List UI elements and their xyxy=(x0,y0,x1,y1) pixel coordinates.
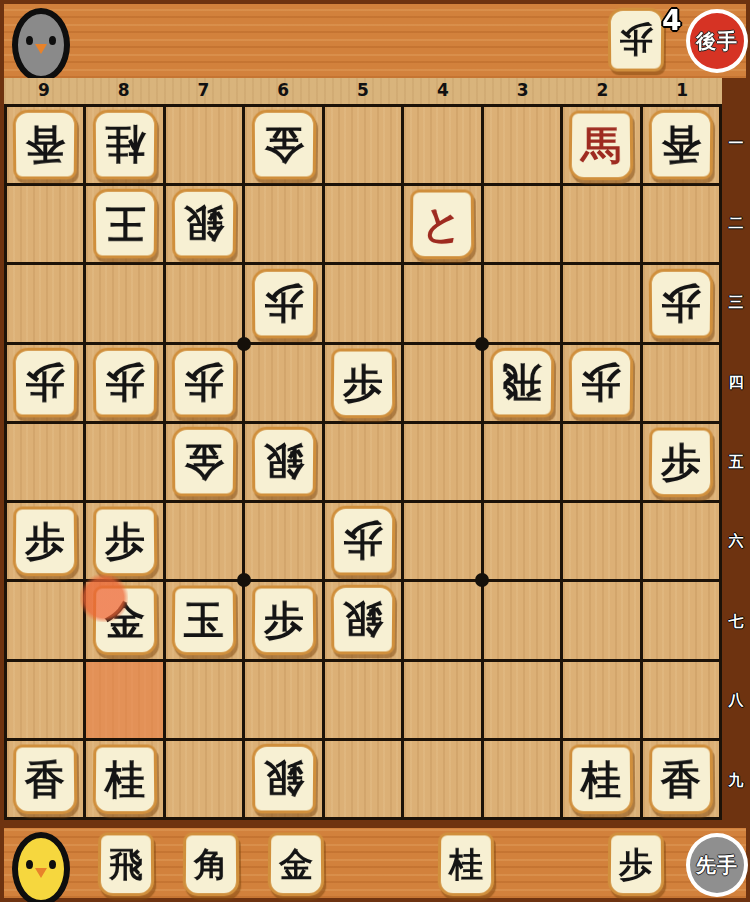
square-7-7[interactable]: 玉 xyxy=(166,582,242,658)
square-7-9[interactable] xyxy=(166,741,242,817)
piece-sente-gold[interactable]: 金 xyxy=(268,833,325,897)
file-label-4: 4 xyxy=(403,78,483,104)
square-2-9[interactable]: 桂 xyxy=(563,741,639,817)
sente-badge: 先手 xyxy=(686,833,748,897)
piece-glyph: 歩 xyxy=(661,442,701,482)
square-4-7[interactable] xyxy=(404,582,480,658)
square-5-4[interactable]: 歩 xyxy=(325,345,401,421)
piece-glyph: 歩 xyxy=(25,521,65,561)
piece-glyph: 銀 xyxy=(263,442,303,482)
piece-glyph: 歩 xyxy=(25,363,65,403)
piece-sente-pawn[interactable]: 歩 xyxy=(92,507,157,577)
piece-sente-knight[interactable]: 桂 xyxy=(92,744,157,814)
square-9-4[interactable]: 歩 xyxy=(7,345,83,421)
square-5-6[interactable]: 歩 xyxy=(325,503,401,579)
square-8-9[interactable]: 桂 xyxy=(86,741,162,817)
square-9-5[interactable] xyxy=(7,424,83,500)
square-1-2[interactable] xyxy=(643,186,719,262)
square-5-7[interactable]: 銀 xyxy=(325,582,401,658)
square-4-4[interactable] xyxy=(404,345,480,421)
square-3-2[interactable] xyxy=(484,186,560,262)
square-6-9[interactable]: 銀 xyxy=(245,741,321,817)
square-7-1[interactable] xyxy=(166,107,242,183)
piece-gote-gold[interactable]: 金 xyxy=(172,427,237,497)
square-1-5[interactable]: 歩 xyxy=(643,424,719,500)
square-2-8[interactable] xyxy=(563,662,639,738)
piece-sente-horse[interactable]: 馬 xyxy=(569,111,634,181)
file-coordinates: 987654321 xyxy=(4,78,722,104)
shogi-app-window: 歩4 後手 987654321 香桂金馬香王銀と歩歩歩歩歩歩飛歩金銀歩歩歩歩金玉… xyxy=(0,0,750,902)
shogi-board: 香桂金馬香王銀と歩歩歩歩歩歩飛歩金銀歩歩歩歩金玉歩銀香桂銀桂香 xyxy=(4,104,722,820)
square-5-9[interactable] xyxy=(325,741,401,817)
piece-glyph: 桂 xyxy=(581,759,621,799)
square-2-3[interactable] xyxy=(563,265,639,341)
square-3-5[interactable] xyxy=(484,424,560,500)
square-2-5[interactable] xyxy=(563,424,639,500)
piece-gote-rook[interactable]: 飛 xyxy=(489,348,554,418)
piece-glyph: 飛 xyxy=(502,363,542,403)
piece-glyph: 歩 xyxy=(661,284,701,324)
piece-gote-pawn[interactable]: 歩 xyxy=(251,268,316,338)
piece-glyph: 桂 xyxy=(449,847,483,881)
piece-gote-silver[interactable]: 銀 xyxy=(172,189,237,259)
file-label-9: 9 xyxy=(4,78,84,104)
file-label-8: 8 xyxy=(84,78,164,104)
piece-gote-lance[interactable]: 香 xyxy=(648,110,713,180)
piece-glyph: 銀 xyxy=(184,204,224,244)
piece-glyph: 歩 xyxy=(263,284,303,324)
piece-glyph: 金 xyxy=(105,601,145,641)
square-5-3[interactable] xyxy=(325,265,401,341)
square-1-7[interactable] xyxy=(643,582,719,658)
square-5-1[interactable] xyxy=(325,107,401,183)
square-2-7[interactable] xyxy=(563,582,639,658)
square-8-8[interactable] xyxy=(86,662,162,738)
square-3-7[interactable] xyxy=(484,582,560,658)
gote-player-bar: 歩4 後手 xyxy=(4,4,746,78)
piece-glyph: 歩 xyxy=(581,363,621,403)
square-3-1[interactable] xyxy=(484,107,560,183)
piece-glyph: 桂 xyxy=(105,759,145,799)
square-7-6[interactable] xyxy=(166,503,242,579)
piece-glyph: 香 xyxy=(661,125,701,165)
file-label-6: 6 xyxy=(243,78,323,104)
piece-glyph: 歩 xyxy=(263,601,303,641)
piece-sente-lance[interactable]: 香 xyxy=(13,744,78,814)
square-6-4[interactable] xyxy=(245,345,321,421)
piece-glyph: 銀 xyxy=(263,759,303,799)
square-4-6[interactable] xyxy=(404,503,480,579)
rank-coordinates: 一二三四五六七八九 xyxy=(722,104,750,820)
piece-glyph: 香 xyxy=(25,759,65,799)
square-6-3[interactable]: 歩 xyxy=(245,265,321,341)
square-8-2[interactable]: 王 xyxy=(86,186,162,262)
rank-label-1: 一 xyxy=(722,104,750,184)
piece-glyph: 角 xyxy=(194,847,228,881)
piece-glyph: 玉 xyxy=(184,601,224,641)
rank-label-3: 三 xyxy=(722,263,750,343)
piece-gote-knight[interactable]: 桂 xyxy=(92,110,157,180)
piece-sente-pawn[interactable]: 歩 xyxy=(648,428,713,498)
piece-glyph: 歩 xyxy=(343,363,383,403)
piece-gote-pawn[interactable]: 歩 xyxy=(648,268,713,338)
square-4-5[interactable] xyxy=(404,424,480,500)
square-9-3[interactable] xyxy=(7,265,83,341)
piece-sente-pawn[interactable]: 歩 xyxy=(13,507,78,577)
piece-glyph: 桂 xyxy=(105,125,145,165)
square-1-6[interactable] xyxy=(643,503,719,579)
square-7-4[interactable]: 歩 xyxy=(166,345,242,421)
piece-gote-lance[interactable]: 香 xyxy=(13,110,78,180)
square-1-4[interactable] xyxy=(643,345,719,421)
rank-label-8: 八 xyxy=(722,661,750,741)
piece-glyph: 歩 xyxy=(619,23,653,57)
file-label-7: 7 xyxy=(164,78,244,104)
square-2-1[interactable]: 馬 xyxy=(563,107,639,183)
file-label-1: 1 xyxy=(642,78,722,104)
piece-glyph: 歩 xyxy=(105,521,145,561)
square-9-7[interactable] xyxy=(7,582,83,658)
square-7-8[interactable] xyxy=(166,662,242,738)
piece-glyph: と xyxy=(422,205,463,245)
piece-sente-bishop[interactable]: 角 xyxy=(183,833,240,897)
piece-gote-pawn[interactable]: 歩 xyxy=(92,348,157,418)
square-9-2[interactable] xyxy=(7,186,83,262)
square-6-1[interactable]: 金 xyxy=(245,107,321,183)
square-1-8[interactable] xyxy=(643,662,719,738)
piece-glyph: 歩 xyxy=(105,363,145,403)
piece-glyph: 銀 xyxy=(343,600,383,640)
square-4-2[interactable]: と xyxy=(404,186,480,262)
square-5-2[interactable] xyxy=(325,186,401,262)
square-6-7[interactable]: 歩 xyxy=(245,582,321,658)
piece-gote-king[interactable]: 王 xyxy=(92,189,157,259)
square-3-6[interactable] xyxy=(484,503,560,579)
piece-sente-rook[interactable]: 飛 xyxy=(98,833,155,897)
square-8-6[interactable]: 歩 xyxy=(86,503,162,579)
piece-sente-pawn[interactable]: 歩 xyxy=(331,348,396,418)
piece-sente-knight[interactable]: 桂 xyxy=(438,833,495,897)
square-8-7[interactable]: 金 xyxy=(86,582,162,658)
piece-sente-gold[interactable]: 金 xyxy=(92,586,157,656)
square-8-3[interactable] xyxy=(86,265,162,341)
rank-label-6: 六 xyxy=(722,502,750,582)
piece-glyph: 飛 xyxy=(109,847,143,881)
sente-player-bar: 飛角金桂歩 先手 xyxy=(4,828,746,898)
square-3-4[interactable]: 飛 xyxy=(484,345,560,421)
square-3-8[interactable] xyxy=(484,662,560,738)
square-2-6[interactable] xyxy=(563,503,639,579)
piece-gote-gold[interactable]: 金 xyxy=(251,110,316,180)
square-9-9[interactable]: 香 xyxy=(7,741,83,817)
square-7-3[interactable] xyxy=(166,265,242,341)
rank-label-4: 四 xyxy=(722,343,750,423)
star-point xyxy=(475,337,489,351)
piece-glyph: 歩 xyxy=(184,363,224,403)
square-4-8[interactable] xyxy=(404,662,480,738)
piece-glyph: 馬 xyxy=(581,125,621,165)
square-7-2[interactable]: 銀 xyxy=(166,186,242,262)
square-2-2[interactable] xyxy=(563,186,639,262)
square-5-5[interactable] xyxy=(325,424,401,500)
rank-label-7: 七 xyxy=(722,581,750,661)
last-move-square-highlight xyxy=(86,662,162,738)
piece-gote-pawn[interactable]: 歩 xyxy=(569,348,634,418)
gote-hand-tray: 歩4 xyxy=(4,4,746,78)
piece-glyph: 歩 xyxy=(343,521,383,561)
piece-sente-pawn[interactable]: 歩 xyxy=(251,586,316,656)
piece-gote-pawn[interactable]: 歩 xyxy=(172,348,237,418)
piece-gote-silver[interactable]: 銀 xyxy=(331,585,396,655)
square-6-8[interactable] xyxy=(245,662,321,738)
square-1-3[interactable]: 歩 xyxy=(643,265,719,341)
square-6-5[interactable]: 銀 xyxy=(245,424,321,500)
square-3-3[interactable] xyxy=(484,265,560,341)
piece-glyph: 金 xyxy=(263,125,303,165)
file-label-2: 2 xyxy=(562,78,642,104)
star-point xyxy=(237,573,251,587)
rank-label-5: 五 xyxy=(722,422,750,502)
piece-glyph: 金 xyxy=(279,847,313,881)
square-6-2[interactable] xyxy=(245,186,321,262)
square-3-9[interactable] xyxy=(484,741,560,817)
star-point xyxy=(475,573,489,587)
rank-label-9: 九 xyxy=(722,741,750,821)
square-1-9[interactable]: 香 xyxy=(643,741,719,817)
piece-gote-pawn[interactable]: 歩 xyxy=(13,348,78,418)
piece-gote-silver[interactable]: 銀 xyxy=(251,427,316,497)
square-8-4[interactable]: 歩 xyxy=(86,345,162,421)
piece-sente-lance[interactable]: 香 xyxy=(648,744,713,814)
gote-badge: 後手 xyxy=(686,9,748,73)
square-9-8[interactable] xyxy=(7,662,83,738)
hand-count-pawn: 4 xyxy=(662,4,681,37)
square-7-5[interactable]: 金 xyxy=(166,424,242,500)
square-8-1[interactable]: 桂 xyxy=(86,107,162,183)
file-label-5: 5 xyxy=(323,78,403,104)
square-1-1[interactable]: 香 xyxy=(643,107,719,183)
star-point xyxy=(237,337,251,351)
sente-hand-tray: 飛角金桂歩 xyxy=(4,828,746,898)
square-8-5[interactable] xyxy=(86,424,162,500)
square-4-9[interactable] xyxy=(404,741,480,817)
square-4-3[interactable] xyxy=(404,265,480,341)
board-grid: 香桂金馬香王銀と歩歩歩歩歩歩飛歩金銀歩歩歩歩金玉歩銀香桂銀桂香 xyxy=(7,107,719,817)
piece-gote-pawn[interactable]: 歩 xyxy=(608,8,665,72)
piece-sente-pawn[interactable]: 歩 xyxy=(608,833,665,897)
piece-sente-tokin[interactable]: と xyxy=(410,190,475,260)
piece-glyph: 香 xyxy=(661,759,701,799)
piece-glyph: 王 xyxy=(105,204,145,244)
square-5-8[interactable] xyxy=(325,662,401,738)
square-9-1[interactable]: 香 xyxy=(7,107,83,183)
square-4-1[interactable] xyxy=(404,107,480,183)
piece-gote-pawn[interactable]: 歩 xyxy=(331,506,396,576)
piece-glyph: 香 xyxy=(25,125,65,165)
square-2-4[interactable]: 歩 xyxy=(563,345,639,421)
piece-glyph: 金 xyxy=(184,442,224,482)
square-6-6[interactable] xyxy=(245,503,321,579)
file-label-3: 3 xyxy=(483,78,563,104)
square-9-6[interactable]: 歩 xyxy=(7,503,83,579)
piece-sente-king[interactable]: 玉 xyxy=(172,586,237,656)
piece-glyph: 歩 xyxy=(619,847,653,881)
rank-label-2: 二 xyxy=(722,184,750,264)
piece-gote-silver[interactable]: 銀 xyxy=(251,744,316,814)
piece-sente-knight[interactable]: 桂 xyxy=(569,744,634,814)
